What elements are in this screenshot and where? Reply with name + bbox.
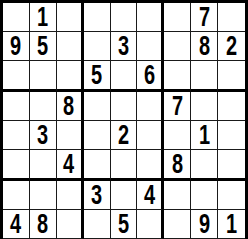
- given-digit: 5: [37, 32, 48, 60]
- cell-r4c2[interactable]: [30, 92, 57, 121]
- cell-r7c4[interactable]: 3: [84, 181, 111, 210]
- given-digit: 4: [10, 210, 21, 238]
- given-digit: 1: [37, 3, 48, 31]
- cell-r4c8[interactable]: [191, 92, 218, 121]
- cell-r5c9[interactable]: [218, 121, 245, 150]
- cell-r7c6[interactable]: 4: [137, 181, 164, 210]
- given-digit: 1: [226, 210, 237, 238]
- given-digit: 5: [91, 61, 102, 89]
- cell-r7c1[interactable]: [3, 181, 30, 210]
- given-digit: 8: [199, 32, 210, 60]
- cell-r5c8[interactable]: 1: [191, 121, 218, 150]
- given-digit: 3: [118, 32, 129, 60]
- cell-r1c6[interactable]: [137, 3, 164, 32]
- given-digit: 4: [144, 181, 155, 209]
- given-digit: 8: [172, 150, 183, 178]
- cell-r3c9[interactable]: [218, 61, 245, 92]
- cell-r1c8[interactable]: 7: [191, 3, 218, 32]
- cell-r8c2[interactable]: 8: [30, 210, 57, 239]
- given-digit: 2: [226, 32, 237, 60]
- cell-r7c8[interactable]: [191, 181, 218, 210]
- cell-r4c4[interactable]: [84, 92, 111, 121]
- cell-r6c3[interactable]: 4: [57, 150, 84, 181]
- cell-r5c5[interactable]: 2: [111, 121, 138, 150]
- cell-r2c2[interactable]: 5: [30, 32, 57, 61]
- cell-r2c1[interactable]: 9: [3, 32, 30, 61]
- cell-r3c6[interactable]: 6: [137, 61, 164, 92]
- cell-r3c2[interactable]: [30, 61, 57, 92]
- given-digit: 7: [199, 3, 210, 31]
- cell-r8c7[interactable]: [164, 210, 191, 239]
- cell-r8c5[interactable]: 5: [111, 210, 138, 239]
- cell-r3c5[interactable]: [111, 61, 138, 92]
- cell-r5c1[interactable]: [3, 121, 30, 150]
- cell-r2c4[interactable]: [84, 32, 111, 61]
- cell-r6c5[interactable]: [111, 150, 138, 181]
- cell-r1c1[interactable]: [3, 3, 30, 32]
- given-digit: 9: [10, 32, 21, 60]
- cell-r4c9[interactable]: [218, 92, 245, 121]
- cell-r3c1[interactable]: [3, 61, 30, 92]
- cell-r3c7[interactable]: [164, 61, 191, 92]
- cell-r2c6[interactable]: [137, 32, 164, 61]
- given-digit: 9: [199, 210, 210, 238]
- cell-r4c6[interactable]: [137, 92, 164, 121]
- cell-r2c5[interactable]: 3: [111, 32, 138, 61]
- given-digit: 3: [37, 121, 48, 149]
- cell-r6c8[interactable]: [191, 150, 218, 181]
- cell-r6c4[interactable]: [84, 150, 111, 181]
- cell-r6c9[interactable]: [218, 150, 245, 181]
- cell-r4c5[interactable]: [111, 92, 138, 121]
- cell-r7c2[interactable]: [30, 181, 57, 210]
- given-digit: 4: [63, 150, 74, 178]
- cell-r6c2[interactable]: [30, 150, 57, 181]
- sudoku-board: 1795382568732148344859124: [0, 0, 248, 239]
- cell-r2c8[interactable]: 8: [191, 32, 218, 61]
- cell-r6c1[interactable]: [3, 150, 30, 181]
- cell-r2c9[interactable]: 2: [218, 32, 245, 61]
- cell-r6c7[interactable]: 8: [164, 150, 191, 181]
- cell-r4c3[interactable]: 8: [57, 92, 84, 121]
- cell-r3c3[interactable]: [57, 61, 84, 92]
- cell-r8c1[interactable]: 4: [3, 210, 30, 239]
- cell-r8c9[interactable]: 1: [218, 210, 245, 239]
- cell-r1c2[interactable]: 1: [30, 3, 57, 32]
- cell-r5c6[interactable]: [137, 121, 164, 150]
- cell-r7c3[interactable]: [57, 181, 84, 210]
- cell-r5c2[interactable]: 3: [30, 121, 57, 150]
- given-digit: 2: [118, 121, 129, 149]
- cell-r5c4[interactable]: [84, 121, 111, 150]
- cell-r1c7[interactable]: [164, 3, 191, 32]
- cell-r4c1[interactable]: [3, 92, 30, 121]
- cell-r1c9[interactable]: [218, 3, 245, 32]
- cell-r3c4[interactable]: 5: [84, 61, 111, 92]
- cell-r8c6[interactable]: [137, 210, 164, 239]
- cell-r6c6[interactable]: [137, 150, 164, 181]
- given-digit: 7: [172, 92, 183, 120]
- given-digit: 8: [37, 210, 48, 238]
- given-digit: 6: [144, 61, 155, 89]
- given-digit: 8: [63, 92, 74, 120]
- cell-r8c4[interactable]: [84, 210, 111, 239]
- cell-r4c7[interactable]: 7: [164, 92, 191, 121]
- given-digit: 3: [91, 181, 102, 209]
- cell-r8c3[interactable]: [57, 210, 84, 239]
- cell-r1c4[interactable]: [84, 3, 111, 32]
- cell-r7c5[interactable]: [111, 181, 138, 210]
- cell-r1c3[interactable]: [57, 3, 84, 32]
- cell-r7c9[interactable]: [218, 181, 245, 210]
- cell-r8c8[interactable]: 9: [191, 210, 218, 239]
- cell-r3c8[interactable]: [191, 61, 218, 92]
- given-digit: 1: [199, 121, 210, 149]
- cell-r2c7[interactable]: [164, 32, 191, 61]
- cell-r5c7[interactable]: [164, 121, 191, 150]
- cell-r7c7[interactable]: [164, 181, 191, 210]
- cell-r5c3[interactable]: [57, 121, 84, 150]
- cell-r1c5[interactable]: [111, 3, 138, 32]
- cell-r2c3[interactable]: [57, 32, 84, 61]
- given-digit: 5: [118, 210, 129, 238]
